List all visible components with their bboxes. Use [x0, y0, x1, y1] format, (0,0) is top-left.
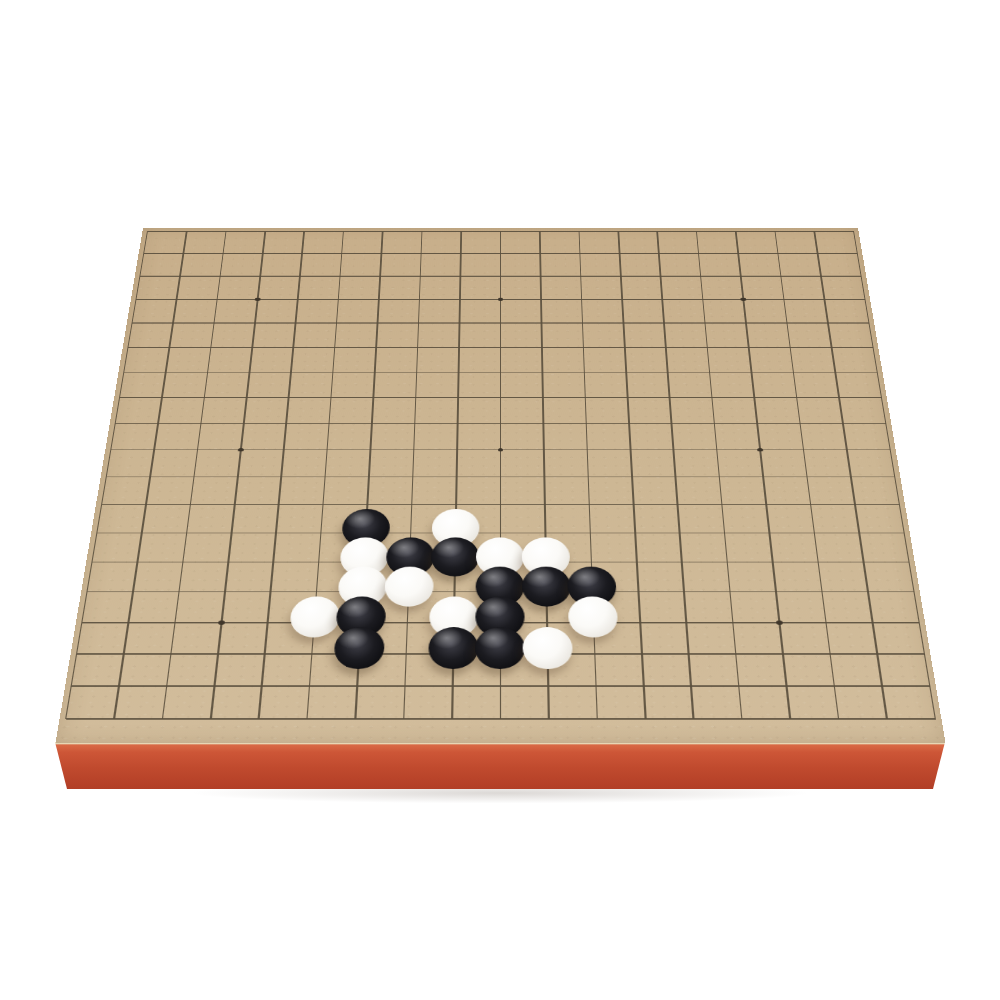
grid-line-vertical [695, 231, 742, 719]
grid-line-vertical [209, 231, 265, 719]
grid-line-horizontal [71, 685, 930, 686]
board-red-base [55, 742, 945, 789]
hoshi-point [237, 448, 243, 452]
go-stone-black [521, 566, 570, 606]
grid-line-vertical [258, 231, 305, 719]
hoshi-point [254, 298, 260, 301]
grid-line-vertical [813, 231, 887, 719]
go-stone-black [475, 627, 525, 669]
photo-backdrop [0, 0, 1000, 1000]
go-board [55, 228, 945, 743]
grid-line-vertical [64, 231, 147, 719]
grid-line-vertical [852, 231, 935, 719]
go-stone-white [522, 627, 573, 669]
grid-line-vertical [402, 231, 422, 719]
board-grid [55, 228, 945, 743]
go-stone-black [430, 537, 479, 576]
grid-line-horizontal [101, 504, 899, 505]
grid-line-horizontal [65, 718, 935, 719]
hoshi-point [740, 298, 746, 301]
go-stone-white [288, 596, 340, 637]
grid-line-vertical [774, 231, 839, 719]
go-stone-white [383, 566, 433, 606]
go-stone-black [333, 627, 385, 669]
grid-line-vertical [113, 231, 187, 719]
grid-line-horizontal [96, 533, 903, 534]
grid-line-horizontal [106, 476, 895, 477]
grid-line-vertical [161, 231, 226, 719]
hoshi-point [218, 620, 224, 624]
go-stone-black [427, 627, 478, 669]
hoshi-point [497, 448, 503, 452]
grid-line-vertical [656, 231, 694, 719]
hoshi-point [497, 298, 502, 301]
go-stone-white [568, 596, 619, 637]
grid-line-vertical [578, 231, 598, 719]
hoshi-point [757, 448, 763, 452]
hoshi-point [776, 620, 782, 624]
grid-line-vertical [735, 231, 791, 719]
grid-line-vertical [617, 231, 646, 719]
